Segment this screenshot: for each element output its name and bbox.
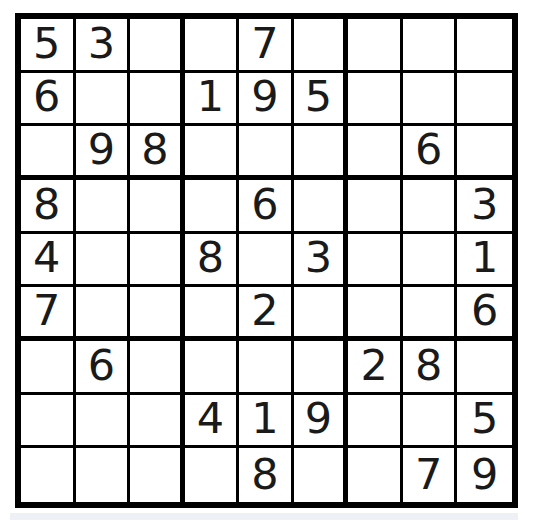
cell-r7c8[interactable]: 8 xyxy=(403,341,458,395)
given-digit: 6 xyxy=(33,75,60,118)
cell-r2c5[interactable]: 9 xyxy=(239,73,294,127)
cell-r2c3[interactable] xyxy=(130,73,185,127)
cell-r4c5[interactable]: 6 xyxy=(239,180,294,234)
cell-r1c4[interactable] xyxy=(185,19,240,73)
bottom-edge-strip xyxy=(10,513,518,520)
sudoku-board: 537619598686348317266284195879 xyxy=(15,13,518,508)
cell-r4c7[interactable] xyxy=(348,180,403,234)
sudoku-grid: 537619598686348317266284195879 xyxy=(21,19,512,502)
cell-r3c9[interactable] xyxy=(457,126,512,180)
cell-r8c9[interactable]: 5 xyxy=(457,395,512,449)
given-digit: 2 xyxy=(251,289,278,332)
cell-r5c7[interactable] xyxy=(348,234,403,288)
cell-r6c7[interactable] xyxy=(348,287,403,341)
cell-r8c4[interactable]: 4 xyxy=(185,395,240,449)
cell-r6c4[interactable] xyxy=(185,287,240,341)
cell-r8c3[interactable] xyxy=(130,395,185,449)
cell-r9c3[interactable] xyxy=(130,448,185,502)
given-digit: 9 xyxy=(251,75,278,118)
cell-r9c6[interactable] xyxy=(294,448,349,502)
cell-r4c9[interactable]: 3 xyxy=(457,180,512,234)
cell-r5c6[interactable]: 3 xyxy=(294,234,349,288)
cell-r9c5[interactable]: 8 xyxy=(239,448,294,502)
cell-r6c5[interactable]: 2 xyxy=(239,287,294,341)
cell-r9c9[interactable]: 9 xyxy=(457,448,512,502)
given-digit: 5 xyxy=(471,397,498,440)
cell-r6c3[interactable] xyxy=(130,287,185,341)
given-digit: 7 xyxy=(415,453,442,496)
cell-r3c1[interactable] xyxy=(21,126,76,180)
given-digit: 9 xyxy=(305,397,332,440)
cell-r9c7[interactable] xyxy=(348,448,403,502)
cell-r6c2[interactable] xyxy=(76,287,131,341)
cell-r7c6[interactable] xyxy=(294,341,349,395)
cell-r2c1[interactable]: 6 xyxy=(21,73,76,127)
cell-r8c5[interactable]: 1 xyxy=(239,395,294,449)
cell-r9c1[interactable] xyxy=(21,448,76,502)
cell-r5c1[interactable]: 4 xyxy=(21,234,76,288)
cell-r5c4[interactable]: 8 xyxy=(185,234,240,288)
cell-r5c8[interactable] xyxy=(403,234,458,288)
cell-r6c8[interactable] xyxy=(403,287,458,341)
cell-r8c1[interactable] xyxy=(21,395,76,449)
cell-r5c9[interactable]: 1 xyxy=(457,234,512,288)
given-digit: 5 xyxy=(305,75,332,118)
given-digit: 9 xyxy=(471,453,498,496)
given-digit: 8 xyxy=(33,183,60,226)
cell-r2c8[interactable] xyxy=(403,73,458,127)
cell-r8c2[interactable] xyxy=(76,395,131,449)
given-digit: 4 xyxy=(197,397,224,440)
cell-r1c6[interactable] xyxy=(294,19,349,73)
cell-r1c9[interactable] xyxy=(457,19,512,73)
cell-r2c9[interactable] xyxy=(457,73,512,127)
given-digit: 2 xyxy=(360,344,387,387)
cell-r2c6[interactable]: 5 xyxy=(294,73,349,127)
given-digit: 6 xyxy=(415,128,442,171)
given-digit: 1 xyxy=(251,397,278,440)
given-digit: 1 xyxy=(197,75,224,118)
cell-r7c2[interactable]: 6 xyxy=(76,341,131,395)
cell-r1c7[interactable] xyxy=(348,19,403,73)
cell-r4c4[interactable] xyxy=(185,180,240,234)
cell-r8c7[interactable] xyxy=(348,395,403,449)
cell-r5c3[interactable] xyxy=(130,234,185,288)
given-digit: 6 xyxy=(471,289,498,332)
given-digit: 8 xyxy=(141,128,168,171)
cell-r9c2[interactable] xyxy=(76,448,131,502)
cell-r3c5[interactable] xyxy=(239,126,294,180)
given-digit: 9 xyxy=(88,128,115,171)
cell-r3c8[interactable]: 6 xyxy=(403,126,458,180)
given-digit: 5 xyxy=(33,22,60,65)
cell-r1c1[interactable]: 5 xyxy=(21,19,76,73)
cell-r6c1[interactable]: 7 xyxy=(21,287,76,341)
cell-r2c4[interactable]: 1 xyxy=(185,73,240,127)
given-digit: 3 xyxy=(471,183,498,226)
cell-r3c3[interactable]: 8 xyxy=(130,126,185,180)
cell-r7c5[interactable] xyxy=(239,341,294,395)
cell-r7c3[interactable] xyxy=(130,341,185,395)
cell-r4c2[interactable] xyxy=(76,180,131,234)
cell-r4c8[interactable] xyxy=(403,180,458,234)
cell-r2c7[interactable] xyxy=(348,73,403,127)
given-digit: 8 xyxy=(251,453,278,496)
given-digit: 1 xyxy=(471,236,498,279)
cell-r7c4[interactable] xyxy=(185,341,240,395)
cell-r3c7[interactable] xyxy=(348,126,403,180)
cell-r4c6[interactable] xyxy=(294,180,349,234)
cell-r1c5[interactable]: 7 xyxy=(239,19,294,73)
cell-r4c1[interactable]: 8 xyxy=(21,180,76,234)
cell-r2c2[interactable] xyxy=(76,73,131,127)
given-digit: 4 xyxy=(33,236,60,279)
cell-r3c2[interactable]: 9 xyxy=(76,126,131,180)
cell-r9c4[interactable] xyxy=(185,448,240,502)
cell-r7c1[interactable] xyxy=(21,341,76,395)
cell-r8c8[interactable] xyxy=(403,395,458,449)
given-digit: 7 xyxy=(251,22,278,65)
given-digit: 7 xyxy=(33,289,60,332)
given-digit: 6 xyxy=(88,344,115,387)
cell-r7c7[interactable]: 2 xyxy=(348,341,403,395)
given-digit: 6 xyxy=(251,183,278,226)
cell-r6c9[interactable]: 6 xyxy=(457,287,512,341)
given-digit: 8 xyxy=(415,344,442,387)
given-digit: 8 xyxy=(197,236,224,279)
cell-r1c2[interactable]: 3 xyxy=(76,19,131,73)
cell-r1c8[interactable] xyxy=(403,19,458,73)
cell-r8c6[interactable]: 9 xyxy=(294,395,349,449)
cell-r5c2[interactable] xyxy=(76,234,131,288)
cell-r4c3[interactable] xyxy=(130,180,185,234)
cell-r3c6[interactable] xyxy=(294,126,349,180)
cell-r3c4[interactable] xyxy=(185,126,240,180)
given-digit: 3 xyxy=(88,22,115,65)
cell-r7c9[interactable] xyxy=(457,341,512,395)
cell-r5c5[interactable] xyxy=(239,234,294,288)
cell-r6c6[interactable] xyxy=(294,287,349,341)
cell-r1c3[interactable] xyxy=(130,19,185,73)
given-digit: 3 xyxy=(305,236,332,279)
cell-r9c8[interactable]: 7 xyxy=(403,448,458,502)
